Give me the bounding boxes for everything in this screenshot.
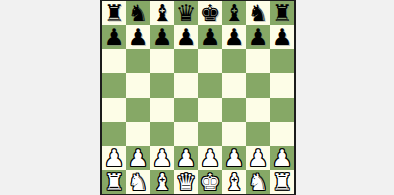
- square-a4[interactable]: [102, 98, 126, 122]
- piece-white-pawn: ♟: [272, 146, 293, 170]
- square-h5[interactable]: [270, 73, 294, 97]
- piece-black-queen: ♛: [176, 1, 197, 25]
- square-h2[interactable]: ♟: [270, 146, 294, 170]
- piece-white-king: ♚: [200, 170, 221, 194]
- piece-black-rook: ♜: [272, 1, 293, 25]
- square-a7[interactable]: ♟: [102, 25, 126, 49]
- square-c1[interactable]: ♝: [150, 170, 174, 194]
- square-d2[interactable]: ♟: [174, 146, 198, 170]
- square-d8[interactable]: ♛: [174, 1, 198, 25]
- piece-white-pawn: ♟: [248, 146, 269, 170]
- piece-black-king: ♚: [200, 1, 221, 25]
- piece-black-bishop: ♝: [152, 1, 173, 25]
- square-e2[interactable]: ♟: [198, 146, 222, 170]
- piece-black-pawn: ♟: [272, 25, 293, 49]
- piece-white-pawn: ♟: [224, 146, 245, 170]
- piece-white-bishop: ♝: [224, 170, 245, 194]
- square-h6[interactable]: [270, 49, 294, 73]
- square-a1[interactable]: ♜: [102, 170, 126, 194]
- piece-black-pawn: ♟: [200, 25, 221, 49]
- square-c8[interactable]: ♝: [150, 1, 174, 25]
- square-e4[interactable]: [198, 98, 222, 122]
- piece-white-pawn: ♟: [128, 146, 149, 170]
- piece-black-pawn: ♟: [176, 25, 197, 49]
- square-b7[interactable]: ♟: [126, 25, 150, 49]
- square-e6[interactable]: [198, 49, 222, 73]
- square-d4[interactable]: [174, 98, 198, 122]
- square-f3[interactable]: [222, 122, 246, 146]
- chess-board: ♜♞♝♛♚♝♞♜♟♟♟♟♟♟♟♟♟♟♟♟♟♟♟♟♜♞♝♛♚♝♞♜: [100, 0, 296, 195]
- square-g3[interactable]: [246, 122, 270, 146]
- piece-white-pawn: ♟: [176, 146, 197, 170]
- square-e8[interactable]: ♚: [198, 1, 222, 25]
- app-background: ♜♞♝♛♚♝♞♜♟♟♟♟♟♟♟♟♟♟♟♟♟♟♟♟♜♞♝♛♚♝♞♜: [0, 0, 394, 195]
- square-g8[interactable]: ♞: [246, 1, 270, 25]
- square-b3[interactable]: [126, 122, 150, 146]
- square-b1[interactable]: ♞: [126, 170, 150, 194]
- square-g5[interactable]: [246, 73, 270, 97]
- square-h3[interactable]: [270, 122, 294, 146]
- square-d7[interactable]: ♟: [174, 25, 198, 49]
- square-a3[interactable]: [102, 122, 126, 146]
- square-b2[interactable]: ♟: [126, 146, 150, 170]
- piece-white-pawn: ♟: [152, 146, 173, 170]
- square-h1[interactable]: ♜: [270, 170, 294, 194]
- square-g2[interactable]: ♟: [246, 146, 270, 170]
- piece-white-knight: ♞: [248, 170, 269, 194]
- piece-black-rook: ♜: [104, 1, 125, 25]
- square-g6[interactable]: [246, 49, 270, 73]
- square-a8[interactable]: ♜: [102, 1, 126, 25]
- piece-black-pawn: ♟: [224, 25, 245, 49]
- square-f7[interactable]: ♟: [222, 25, 246, 49]
- piece-white-knight: ♞: [128, 170, 149, 194]
- square-c4[interactable]: [150, 98, 174, 122]
- piece-white-bishop: ♝: [152, 170, 173, 194]
- square-f4[interactable]: [222, 98, 246, 122]
- piece-black-pawn: ♟: [104, 25, 125, 49]
- square-b5[interactable]: [126, 73, 150, 97]
- piece-black-bishop: ♝: [224, 1, 245, 25]
- square-a6[interactable]: [102, 49, 126, 73]
- piece-white-queen: ♛: [176, 170, 197, 194]
- piece-white-pawn: ♟: [200, 146, 221, 170]
- square-h4[interactable]: [270, 98, 294, 122]
- square-e5[interactable]: [198, 73, 222, 97]
- square-f1[interactable]: ♝: [222, 170, 246, 194]
- square-a2[interactable]: ♟: [102, 146, 126, 170]
- square-e1[interactable]: ♚: [198, 170, 222, 194]
- square-f2[interactable]: ♟: [222, 146, 246, 170]
- piece-white-pawn: ♟: [104, 146, 125, 170]
- square-e3[interactable]: [198, 122, 222, 146]
- square-c5[interactable]: [150, 73, 174, 97]
- piece-black-knight: ♞: [128, 1, 149, 25]
- square-f5[interactable]: [222, 73, 246, 97]
- square-c7[interactable]: ♟: [150, 25, 174, 49]
- square-c3[interactable]: [150, 122, 174, 146]
- square-g1[interactable]: ♞: [246, 170, 270, 194]
- square-c2[interactable]: ♟: [150, 146, 174, 170]
- square-g7[interactable]: ♟: [246, 25, 270, 49]
- square-b6[interactable]: [126, 49, 150, 73]
- square-g4[interactable]: [246, 98, 270, 122]
- piece-white-rook: ♜: [104, 170, 125, 194]
- square-e7[interactable]: ♟: [198, 25, 222, 49]
- square-f8[interactable]: ♝: [222, 1, 246, 25]
- square-c6[interactable]: [150, 49, 174, 73]
- piece-black-pawn: ♟: [248, 25, 269, 49]
- square-h8[interactable]: ♜: [270, 1, 294, 25]
- square-b4[interactable]: [126, 98, 150, 122]
- piece-black-pawn: ♟: [152, 25, 173, 49]
- square-f6[interactable]: [222, 49, 246, 73]
- square-d1[interactable]: ♛: [174, 170, 198, 194]
- piece-black-knight: ♞: [248, 1, 269, 25]
- piece-black-pawn: ♟: [128, 25, 149, 49]
- square-d5[interactable]: [174, 73, 198, 97]
- square-d6[interactable]: [174, 49, 198, 73]
- square-b8[interactable]: ♞: [126, 1, 150, 25]
- square-d3[interactable]: [174, 122, 198, 146]
- square-a5[interactable]: [102, 73, 126, 97]
- piece-white-rook: ♜: [272, 170, 293, 194]
- square-h7[interactable]: ♟: [270, 25, 294, 49]
